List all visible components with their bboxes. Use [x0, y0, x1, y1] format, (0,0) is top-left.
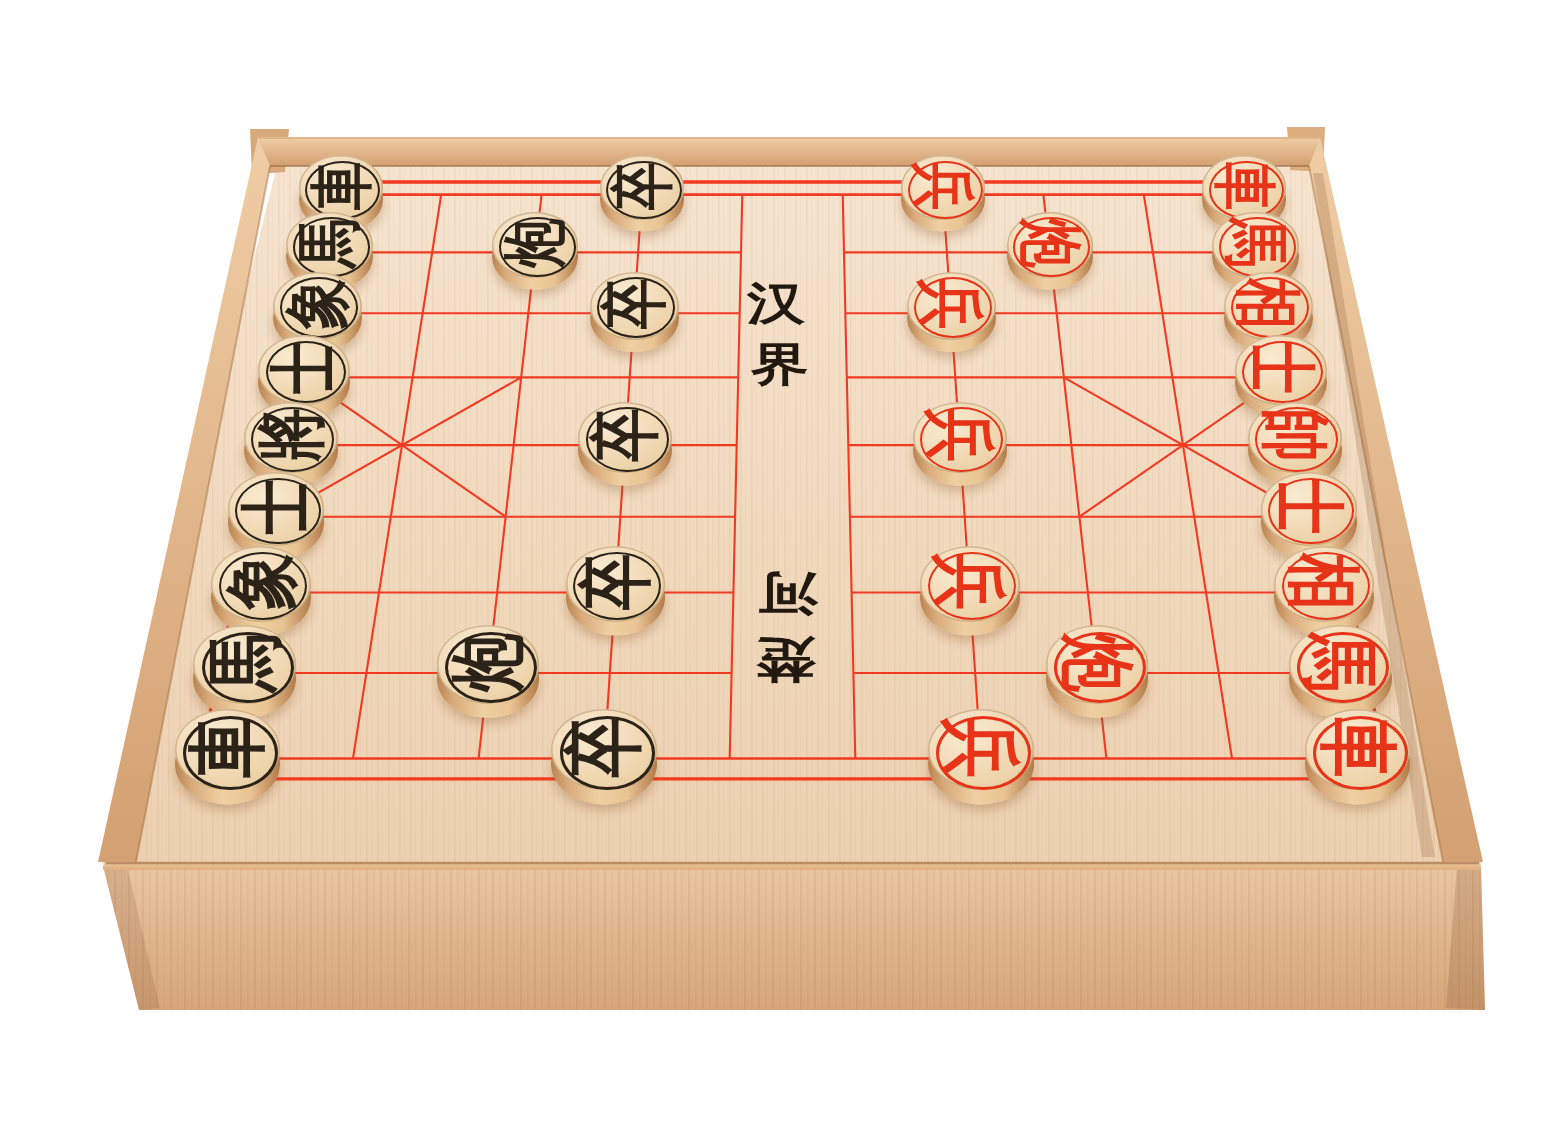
piece-glyph: 馬 — [206, 633, 283, 691]
piece-glyph: 兵 — [918, 279, 984, 329]
piece-glyph: 兵 — [912, 162, 975, 210]
piece-glyph: 相 — [1235, 279, 1301, 329]
piece-glyph: 象 — [224, 554, 298, 610]
piece-red-soldier[interactable]: 兵 — [913, 402, 1007, 474]
piece-red-soldier[interactable]: 兵 — [920, 546, 1020, 622]
piece-glyph: 車 — [309, 162, 372, 210]
piece-glyph: 士 — [1247, 342, 1315, 394]
piece-glyph: 炮 — [1059, 633, 1136, 691]
piece-glyph: 帥 — [1259, 409, 1329, 462]
piece-black-soldier[interactable]: 卒 — [590, 272, 679, 340]
piece-black-cannon[interactable]: 炮 — [437, 625, 540, 703]
piece-red-chariot[interactable]: 車 — [1305, 709, 1411, 790]
piece-red-horse[interactable]: 馬 — [1212, 212, 1299, 278]
piece-glyph: 象 — [284, 279, 350, 329]
piece-red-soldier[interactable]: 兵 — [907, 272, 996, 340]
piece-red-general[interactable]: 帥 — [1248, 402, 1342, 474]
piece-red-cannon[interactable]: 炮 — [1007, 212, 1094, 278]
piece-glyph: 卒 — [565, 717, 644, 777]
piece-black-cannon[interactable]: 炮 — [492, 212, 579, 278]
piece-black-general[interactable]: 將 — [244, 402, 338, 474]
piece-red-elephant[interactable]: 相 — [1274, 546, 1374, 622]
piece-glyph: 炮 — [450, 633, 527, 691]
piece-black-advisor[interactable]: 士 — [228, 472, 325, 546]
piece-layer: 車卒兵車馬炮炮馬象卒兵相士士將卒兵帥士士象卒兵相馬炮炮馬車卒兵車 — [0, 0, 1555, 1121]
piece-glyph: 士 — [1273, 479, 1345, 534]
piece-red-advisor[interactable]: 士 — [1261, 472, 1358, 546]
piece-glyph: 卒 — [590, 409, 660, 462]
piece-black-advisor[interactable]: 士 — [258, 335, 349, 405]
piece-red-cannon[interactable]: 炮 — [1046, 625, 1149, 703]
piece-black-chariot[interactable]: 車 — [175, 709, 281, 790]
piece-black-soldier[interactable]: 卒 — [578, 402, 672, 474]
piece-black-chariot[interactable]: 車 — [299, 155, 384, 220]
piece-red-soldier[interactable]: 兵 — [928, 709, 1034, 790]
piece-glyph: 兵 — [941, 717, 1020, 777]
piece-red-elephant[interactable]: 相 — [1224, 272, 1313, 340]
piece-red-advisor[interactable]: 士 — [1235, 335, 1326, 405]
piece-glyph: 炮 — [1017, 219, 1082, 268]
piece-glyph: 卒 — [610, 162, 673, 210]
piece-black-soldier[interactable]: 卒 — [600, 155, 685, 220]
piece-glyph: 將 — [255, 409, 325, 462]
piece-black-elephant[interactable]: 象 — [211, 546, 311, 622]
piece-black-soldier[interactable]: 卒 — [551, 709, 657, 790]
piece-glyph: 兵 — [933, 554, 1007, 610]
piece-glyph: 相 — [1287, 554, 1361, 610]
piece-black-elephant[interactable]: 象 — [273, 272, 362, 340]
piece-black-horse[interactable]: 馬 — [193, 625, 296, 703]
piece-glyph: 卒 — [578, 554, 652, 610]
piece-red-horse[interactable]: 馬 — [1289, 625, 1392, 703]
piece-glyph: 馬 — [1302, 633, 1379, 691]
piece-red-chariot[interactable]: 車 — [1202, 155, 1287, 220]
piece-glyph: 車 — [188, 717, 267, 777]
piece-glyph: 兵 — [925, 409, 995, 462]
piece-glyph: 士 — [270, 342, 338, 394]
piece-red-soldier[interactable]: 兵 — [901, 155, 986, 220]
piece-glyph: 馬 — [297, 219, 362, 268]
piece-black-horse[interactable]: 馬 — [286, 212, 373, 278]
piece-glyph: 士 — [240, 479, 312, 534]
xiangqi-box-scene: 汉界河楚 車卒兵車馬炮炮馬象卒兵相士士將卒兵帥士士象卒兵相馬炮炮馬車卒兵車 — [0, 0, 1555, 1121]
piece-glyph: 車 — [1213, 162, 1276, 210]
piece-glyph: 馬 — [1223, 219, 1288, 268]
piece-black-soldier[interactable]: 卒 — [566, 546, 666, 622]
piece-glyph: 車 — [1318, 717, 1397, 777]
piece-glyph: 卒 — [601, 279, 667, 329]
piece-glyph: 炮 — [503, 219, 568, 268]
